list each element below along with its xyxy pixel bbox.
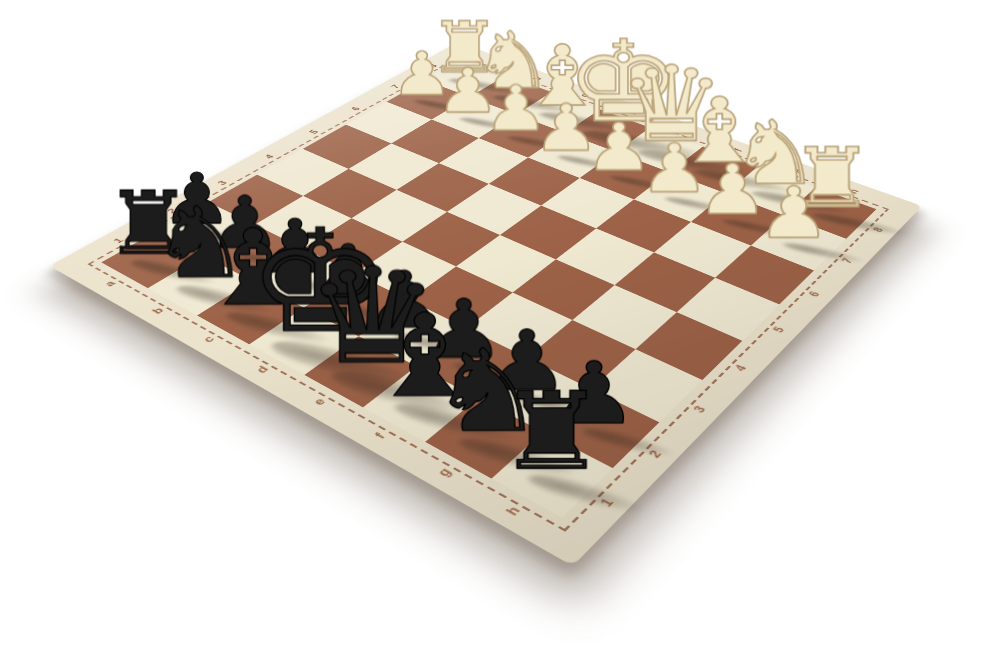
file-label-bottom-c: c xyxy=(168,315,247,364)
board: aa88bb77cc66dd55ee44ff33gg22hh11♜♞♝♚♛♝♞♜… xyxy=(50,42,923,566)
product-photo-scene: aa88bb77cc66dd55ee44ff33gg22hh11♜♞♝♚♛♝♞♜… xyxy=(0,0,1000,656)
black-rook-h1[interactable]: ♜ xyxy=(497,378,585,485)
perspective-stretch: aa88bb77cc66dd55ee44ff33gg22hh11♜♞♝♚♛♝♞♜… xyxy=(0,0,1000,656)
white-pawn-h7[interactable]: ♟ xyxy=(757,177,827,248)
white-pawn-g7[interactable]: ♟ xyxy=(697,155,765,224)
file-label-bottom-a: a xyxy=(71,262,148,306)
